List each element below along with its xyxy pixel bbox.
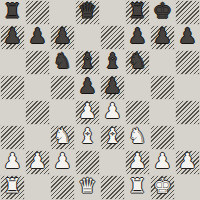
black-knight[interactable]: ♞ (128, 49, 147, 74)
square-c4[interactable] (50, 100, 75, 125)
square-f7[interactable]: ♟ (125, 25, 150, 50)
white-pawn[interactable]: ♟ (3, 149, 22, 174)
black-pawn[interactable]: ♟ (3, 24, 22, 49)
black-queen[interactable]: ♛ (78, 0, 97, 24)
black-bishop[interactable]: ♝ (78, 49, 97, 74)
white-queen[interactable]: ♛ (78, 174, 97, 199)
square-b5[interactable] (25, 75, 50, 100)
square-a2[interactable]: ♟ (0, 150, 25, 175)
square-d8[interactable]: ♛ (75, 0, 100, 25)
black-pawn[interactable]: ♟ (78, 74, 97, 99)
white-rook[interactable]: ♜ (3, 174, 22, 199)
square-c7[interactable]: ♟ (50, 25, 75, 50)
square-e4[interactable]: ♟ (100, 100, 125, 125)
square-e6[interactable]: ♝ (100, 50, 125, 75)
square-c5[interactable] (50, 75, 75, 100)
black-king[interactable]: ♚ (153, 0, 172, 24)
square-h7[interactable]: ♟ (175, 25, 200, 50)
square-b1[interactable] (25, 175, 50, 200)
square-h8[interactable] (175, 0, 200, 25)
square-g6[interactable] (150, 50, 175, 75)
square-f4[interactable] (125, 100, 150, 125)
square-h3[interactable] (175, 125, 200, 150)
white-king[interactable]: ♚ (153, 174, 172, 199)
square-d6[interactable]: ♝ (75, 50, 100, 75)
square-g4[interactable] (150, 100, 175, 125)
square-c3[interactable]: ♞ (50, 125, 75, 150)
square-f6[interactable]: ♞ (125, 50, 150, 75)
square-g2[interactable]: ♟ (150, 150, 175, 175)
square-h4[interactable] (175, 100, 200, 125)
square-e8[interactable] (100, 0, 125, 25)
square-h2[interactable]: ♟ (175, 150, 200, 175)
square-g1[interactable]: ♚ (150, 175, 175, 200)
square-d1[interactable]: ♛ (75, 175, 100, 200)
square-a5[interactable] (0, 75, 25, 100)
square-b6[interactable] (25, 50, 50, 75)
black-pawn[interactable]: ♟ (28, 24, 47, 49)
chess-board: ♜♛♜♚♟♟♟♟♟♟♞♝♝♞♟♟♟♟♞♝♝♞♟♟♟♟♟♟♜♛♜♚ (0, 0, 200, 200)
square-a6[interactable] (0, 50, 25, 75)
white-pawn[interactable]: ♟ (128, 149, 147, 174)
square-b4[interactable] (25, 100, 50, 125)
white-pawn[interactable]: ♟ (103, 99, 122, 124)
square-b3[interactable] (25, 125, 50, 150)
square-e3[interactable]: ♝ (100, 125, 125, 150)
square-f8[interactable]: ♜ (125, 0, 150, 25)
square-f5[interactable] (125, 75, 150, 100)
square-e1[interactable] (100, 175, 125, 200)
white-pawn[interactable]: ♟ (78, 99, 97, 124)
square-h6[interactable] (175, 50, 200, 75)
square-f3[interactable]: ♞ (125, 125, 150, 150)
black-pawn[interactable]: ♟ (128, 24, 147, 49)
square-c6[interactable]: ♞ (50, 50, 75, 75)
square-d3[interactable]: ♝ (75, 125, 100, 150)
square-a7[interactable]: ♟ (0, 25, 25, 50)
square-h1[interactable] (175, 175, 200, 200)
white-pawn[interactable]: ♟ (153, 149, 172, 174)
black-pawn[interactable]: ♟ (178, 24, 197, 49)
white-knight[interactable]: ♞ (53, 124, 72, 149)
square-d4[interactable]: ♟ (75, 100, 100, 125)
white-bishop[interactable]: ♝ (103, 124, 122, 149)
square-g5[interactable] (150, 75, 175, 100)
black-pawn[interactable]: ♟ (53, 24, 72, 49)
white-pawn[interactable]: ♟ (53, 149, 72, 174)
black-rook[interactable]: ♜ (3, 0, 22, 24)
white-pawn[interactable]: ♟ (28, 149, 47, 174)
black-pawn[interactable]: ♟ (103, 74, 122, 99)
white-bishop[interactable]: ♝ (78, 124, 97, 149)
square-d2[interactable] (75, 150, 100, 175)
square-d7[interactable] (75, 25, 100, 50)
square-g3[interactable] (150, 125, 175, 150)
square-f2[interactable]: ♟ (125, 150, 150, 175)
square-b8[interactable] (25, 0, 50, 25)
black-pawn[interactable]: ♟ (153, 24, 172, 49)
square-e2[interactable] (100, 150, 125, 175)
square-a4[interactable] (0, 100, 25, 125)
square-c1[interactable] (50, 175, 75, 200)
square-e7[interactable] (100, 25, 125, 50)
square-c8[interactable] (50, 0, 75, 25)
square-a8[interactable]: ♜ (0, 0, 25, 25)
black-bishop[interactable]: ♝ (103, 49, 122, 74)
square-b2[interactable]: ♟ (25, 150, 50, 175)
square-d5[interactable]: ♟ (75, 75, 100, 100)
square-a1[interactable]: ♜ (0, 175, 25, 200)
white-pawn[interactable]: ♟ (178, 149, 197, 174)
black-knight[interactable]: ♞ (53, 49, 72, 74)
square-e5[interactable]: ♟ (100, 75, 125, 100)
square-c2[interactable]: ♟ (50, 150, 75, 175)
black-rook[interactable]: ♜ (128, 0, 147, 24)
square-b7[interactable]: ♟ (25, 25, 50, 50)
square-f1[interactable]: ♜ (125, 175, 150, 200)
white-rook[interactable]: ♜ (128, 174, 147, 199)
square-a3[interactable] (0, 125, 25, 150)
white-knight[interactable]: ♞ (128, 124, 147, 149)
square-h5[interactable] (175, 75, 200, 100)
square-g7[interactable]: ♟ (150, 25, 175, 50)
square-g8[interactable]: ♚ (150, 0, 175, 25)
